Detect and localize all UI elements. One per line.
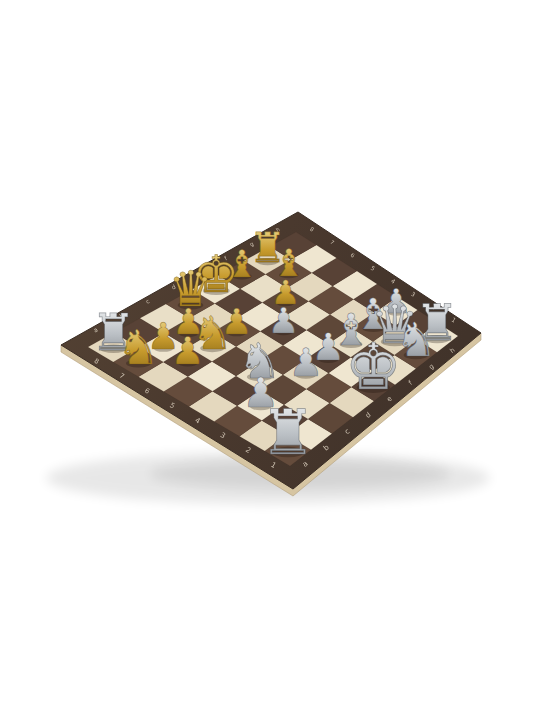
piece-silver-rook-a1: ♜: [260, 396, 316, 469]
knight-glyph: ♞: [117, 320, 160, 375]
pawn-glyph: ♟: [288, 340, 323, 385]
board-photo-svg: abcdefgh1234567812345678abcdefgh♜♝♝♚♟♛♟♝…: [0, 0, 540, 720]
piece-silver-king-e1: ♚: [345, 330, 402, 404]
pawn-glyph: ♟: [171, 329, 205, 373]
king-glyph: ♚: [345, 330, 402, 404]
rook-glyph: ♜: [260, 396, 316, 469]
piece-gold-knight-a7: ♞: [117, 320, 160, 375]
product-photo-page: abcdefgh1234567812345678abcdefgh♜♝♝♚♟♛♟♝…: [0, 0, 540, 720]
piece-silver-pawn-d3: ♟: [288, 340, 323, 385]
piece-gold-pawn-b6: ♟: [171, 329, 205, 373]
chess-board-photo: abcdefgh1234567812345678abcdefgh♜♝♝♚♟♛♟♝…: [0, 0, 540, 720]
